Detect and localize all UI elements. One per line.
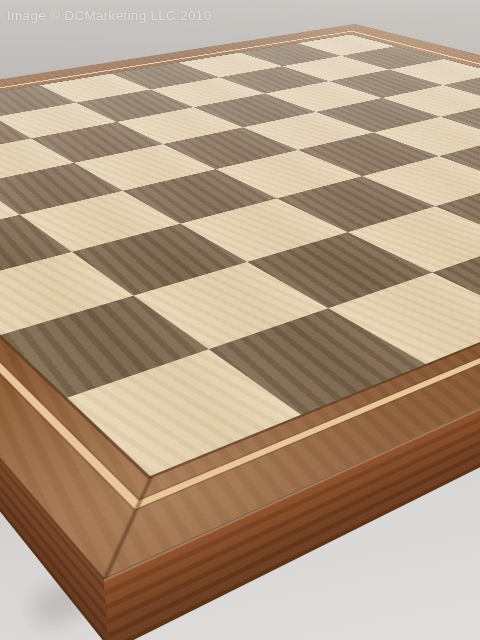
square-a3	[0, 252, 132, 335]
square-d1	[431, 242, 480, 321]
square-c1	[327, 273, 480, 365]
square-d3	[276, 176, 435, 232]
square-a5	[0, 184, 19, 243]
square-b4	[19, 191, 180, 252]
square-d2	[347, 206, 480, 272]
square-c4	[122, 169, 275, 223]
perspective-scene	[0, 0, 480, 640]
square-a4	[0, 215, 71, 284]
square-d4	[215, 150, 362, 198]
photo-background: Image © DCMarketing LLC 2010	[0, 0, 480, 640]
square-c2	[247, 232, 431, 308]
square-a1	[66, 349, 299, 476]
square-b2	[132, 262, 327, 349]
square-e2	[435, 183, 480, 242]
square-a2	[0, 296, 207, 398]
square-c3	[179, 198, 346, 262]
watermark-text: Image © DCMarketing LLC 2010	[7, 8, 211, 23]
board-grid	[0, 35, 480, 476]
square-b1	[207, 308, 425, 415]
square-e3	[361, 156, 480, 206]
square-b5	[0, 163, 122, 215]
square-b3	[71, 223, 247, 295]
square-c5	[73, 144, 214, 191]
chess-board	[0, 24, 480, 578]
